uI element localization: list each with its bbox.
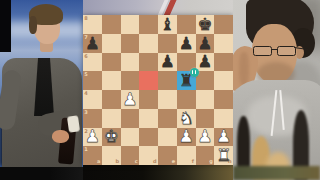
rank-label: 8	[84, 16, 87, 21]
right-player-photo	[233, 0, 320, 180]
square-g1[interactable]: g	[196, 146, 215, 165]
square-b1[interactable]: b	[102, 146, 121, 165]
square-a8[interactable]: 8	[83, 15, 102, 34]
left-player-hair-side	[29, 16, 37, 34]
file-label: b	[115, 159, 119, 164]
square-h5[interactable]	[214, 71, 233, 90]
background-bottom-band	[83, 165, 233, 180]
piece-black-king[interactable]: ♚	[196, 15, 215, 34]
square-e8[interactable]: ♝	[158, 15, 177, 34]
glasses-bridge	[271, 49, 278, 50]
square-b2[interactable]: ♚	[102, 128, 121, 147]
square-h1[interactable]: h♜	[214, 146, 233, 165]
square-c4[interactable]: ♟	[121, 90, 140, 109]
piece-black-pawn[interactable]: ♟	[158, 53, 177, 72]
square-h4[interactable]	[214, 90, 233, 109]
piece-white-pawn[interactable]: ♟	[177, 128, 196, 147]
square-d2[interactable]	[139, 128, 158, 147]
square-a6[interactable]: 6	[83, 53, 102, 72]
piece-black-pawn[interactable]: ♟	[196, 34, 215, 53]
square-c8[interactable]	[121, 15, 140, 34]
piece-white-pawn[interactable]: ♟	[196, 128, 215, 147]
square-f7[interactable]: ♟	[177, 34, 196, 53]
chess-board[interactable]: 8♝♚7♟♟♟6♟♟5♜4♟3♞2♟♚♟♟♟1abcdefgh♜	[83, 15, 233, 165]
rank-label: 3	[84, 110, 87, 115]
square-a7[interactable]: 7♟	[83, 34, 102, 53]
piece-black-pawn[interactable]: ♟	[83, 34, 102, 53]
square-e3[interactable]	[158, 109, 177, 128]
left-player-photo	[0, 0, 83, 180]
square-g7[interactable]: ♟	[196, 34, 215, 53]
square-f1[interactable]: f	[177, 146, 196, 165]
piece-white-pawn[interactable]: ♟	[83, 128, 102, 147]
square-h3[interactable]	[214, 109, 233, 128]
square-d4[interactable]	[139, 90, 158, 109]
piece-white-rook[interactable]: ♜	[214, 146, 233, 165]
background-top-band	[83, 0, 233, 15]
square-e6[interactable]: ♟	[158, 53, 177, 72]
rank-label: 1	[84, 147, 87, 152]
square-d8[interactable]	[139, 15, 158, 34]
square-f5[interactable]: ♜	[177, 71, 196, 90]
square-d6[interactable]	[139, 53, 158, 72]
square-g2[interactable]: ♟	[196, 128, 215, 147]
piece-black-bishop[interactable]: ♝	[158, 15, 177, 34]
square-f3[interactable]: ♞	[177, 109, 196, 128]
square-a1[interactable]: 1a	[83, 146, 102, 165]
square-a4[interactable]: 4	[83, 90, 102, 109]
square-b3[interactable]	[102, 109, 121, 128]
left-player-hand	[52, 130, 69, 143]
square-b7[interactable]	[102, 34, 121, 53]
square-e2[interactable]	[158, 128, 177, 147]
square-f8[interactable]	[177, 15, 196, 34]
piece-white-pawn[interactable]: ♟	[214, 128, 233, 147]
square-e1[interactable]: e	[158, 146, 177, 165]
square-g3[interactable]	[196, 109, 215, 128]
piece-black-pawn[interactable]: ♟	[196, 53, 215, 72]
rank-label: 5	[84, 72, 87, 77]
square-c7[interactable]	[121, 34, 140, 53]
rank-label: 4	[84, 91, 87, 96]
file-label: g	[209, 159, 213, 164]
square-h6[interactable]	[214, 53, 233, 72]
square-e5[interactable]	[158, 71, 177, 90]
square-d3[interactable]	[139, 109, 158, 128]
square-h2[interactable]: ♟	[214, 128, 233, 147]
file-label: a	[97, 159, 100, 164]
square-d1[interactable]: d	[139, 146, 158, 165]
square-g6[interactable]: ♟	[196, 53, 215, 72]
left-photo-podium	[0, 167, 83, 180]
square-h7[interactable]	[214, 34, 233, 53]
square-c5[interactable]	[121, 71, 140, 90]
square-a3[interactable]: 3	[83, 109, 102, 128]
square-h8[interactable]	[214, 15, 233, 34]
square-d7[interactable]	[139, 34, 158, 53]
square-b8[interactable]	[102, 15, 121, 34]
square-c1[interactable]: c	[121, 146, 140, 165]
square-c3[interactable]	[121, 109, 140, 128]
left-player-cuff	[67, 115, 80, 132]
piece-white-knight[interactable]: ♞	[177, 109, 196, 128]
square-b4[interactable]	[102, 90, 121, 109]
file-label: d	[153, 159, 157, 164]
right-player-glasses	[250, 46, 302, 59]
brilliant-move-badge	[190, 68, 199, 77]
foreground-table-blur	[233, 166, 320, 180]
background-dark-strip	[0, 0, 11, 52]
square-b5[interactable]	[102, 71, 121, 90]
rank-label: 6	[84, 54, 87, 59]
piece-white-king[interactable]: ♚	[102, 128, 121, 147]
square-d5[interactable]	[139, 71, 158, 90]
square-g8[interactable]: ♚	[196, 15, 215, 34]
square-c2[interactable]	[121, 128, 140, 147]
square-e7[interactable]	[158, 34, 177, 53]
piece-black-pawn[interactable]: ♟	[177, 34, 196, 53]
file-label: e	[172, 159, 175, 164]
file-label: c	[135, 159, 138, 164]
square-a5[interactable]: 5	[83, 71, 102, 90]
glasses-left-lens	[253, 46, 272, 56]
square-b6[interactable]	[102, 53, 121, 72]
piece-white-pawn[interactable]: ♟	[121, 90, 140, 109]
square-f2[interactable]: ♟	[177, 128, 196, 147]
square-g4[interactable]	[196, 90, 215, 109]
square-a2[interactable]: 2♟	[83, 128, 102, 147]
file-label: f	[192, 159, 194, 164]
square-e4[interactable]	[158, 90, 177, 109]
square-c6[interactable]	[121, 53, 140, 72]
board-panel: 8♝♚7♟♟♟6♟♟5♜4♟3♞2♟♚♟♟♟1abcdefgh♜	[83, 0, 233, 180]
square-f4[interactable]	[177, 90, 196, 109]
broadcast-frame: 8♝♚7♟♟♟6♟♟5♜4♟3♞2♟♚♟♟♟1abcdefgh♜	[0, 0, 320, 180]
